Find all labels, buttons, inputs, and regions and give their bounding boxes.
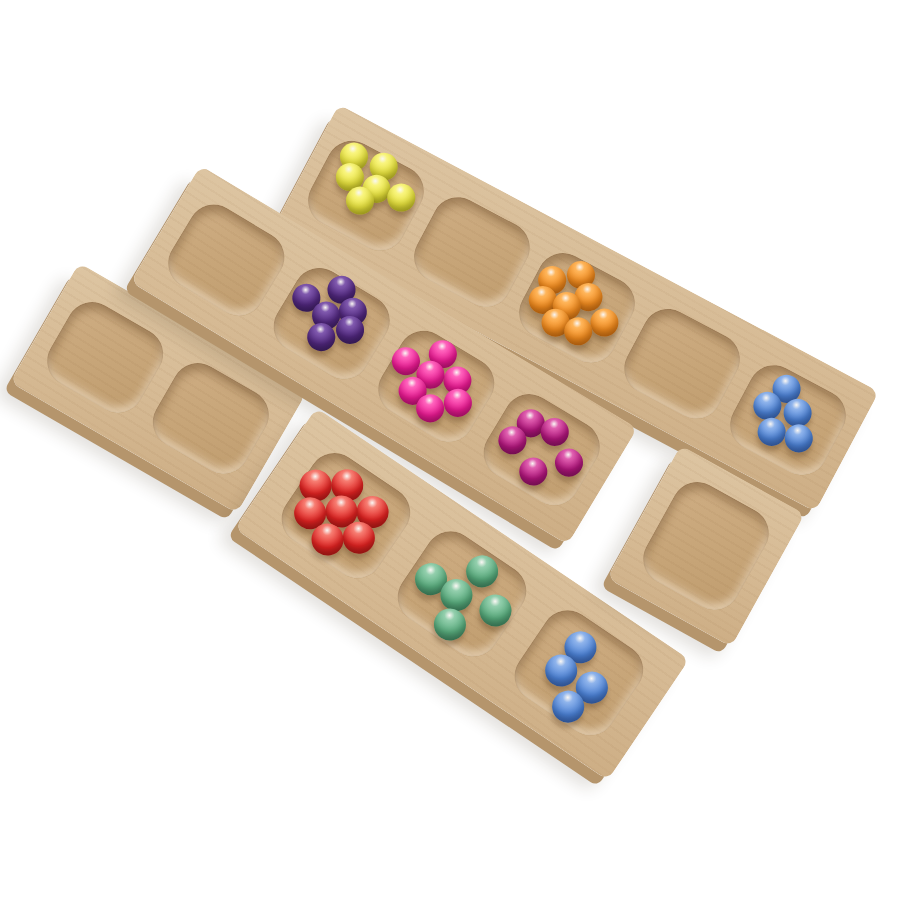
five-pit-tray-pit-5-blue[interactable] <box>721 356 855 484</box>
four-pit-tray-pit-3-pink[interactable] <box>369 321 504 452</box>
marble-green[interactable] <box>473 588 517 632</box>
marble-magenta[interactable] <box>515 452 553 490</box>
two-pit-tray-pit-2-empty[interactable] <box>143 354 278 484</box>
marble-green[interactable] <box>427 602 471 646</box>
three-pit-tray-pit-1-red[interactable] <box>271 443 420 589</box>
marble-pink[interactable] <box>439 384 477 422</box>
four-pit-tray-pit-1-empty[interactable] <box>158 195 293 326</box>
two-pit-tray-pit-1-empty[interactable] <box>38 293 173 423</box>
marble-magenta[interactable] <box>550 444 588 482</box>
four-pit-tray-pit-4-magenta[interactable] <box>474 385 609 516</box>
tray-scene <box>0 0 900 900</box>
four-pit-tray-pit-2-purple[interactable] <box>264 258 399 389</box>
five-pit-tray-pit-4-empty[interactable] <box>615 300 749 428</box>
five-pit-tray-pit-3-orange[interactable] <box>510 244 644 372</box>
five-pit-tray-pit-2-empty[interactable] <box>405 188 539 316</box>
three-pit-tray-pit-2-green[interactable] <box>388 521 537 667</box>
three-pit-tray-pit-3-blue[interactable] <box>504 600 653 746</box>
marble-blue[interactable] <box>780 419 818 457</box>
one-pit-tray-pit-1-empty[interactable] <box>634 473 778 620</box>
